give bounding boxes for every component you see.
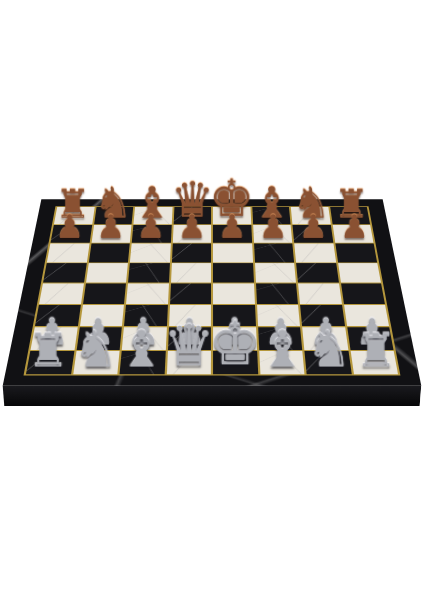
square-d4[interactable] [170,283,211,303]
piece-silver-rook[interactable]: ♜ [341,328,411,374]
square-f4[interactable] [256,283,298,303]
square-c5[interactable] [128,263,169,282]
square-h1[interactable]: ♜ [350,351,398,375]
square-e4[interactable] [213,283,254,303]
square-d5[interactable] [171,263,211,282]
square-g5[interactable] [296,263,338,282]
square-b6[interactable] [88,244,129,263]
square-a4[interactable] [39,283,83,303]
square-e6[interactable] [213,244,253,263]
board-grid: ♜♞♝♛♚♝♞♜♟♟♟♟♟♟♟♟♟♟♟♟♟♟♟♟♜♞♝♛♚♝♞♜ [24,206,401,375]
square-a5[interactable] [43,263,86,282]
square-g6[interactable] [294,244,335,263]
square-c4[interactable] [126,283,168,303]
square-b5[interactable] [86,263,128,282]
scene: ♜♞♝♛♚♝♞♜♟♟♟♟♟♟♟♟♟♟♟♟♟♟♟♟♜♞♝♛♚♝♞♜ [0,0,424,600]
piece-copper-pawn[interactable]: ♟ [324,210,385,242]
square-b4[interactable] [83,283,126,303]
chess-board: ♜♞♝♛♚♝♞♜♟♟♟♟♟♟♟♟♟♟♟♟♟♟♟♟♜♞♝♛♚♝♞♜ [3,199,422,385]
square-d6[interactable] [171,244,211,263]
board-border: ♜♞♝♛♚♝♞♜♟♟♟♟♟♟♟♟♟♟♟♟♟♟♟♟♜♞♝♛♚♝♞♜ [3,199,422,385]
square-g4[interactable] [298,283,341,303]
square-h6[interactable] [335,244,377,263]
square-h5[interactable] [338,263,381,282]
square-a6[interactable] [47,244,89,263]
board-edge [3,386,422,406]
square-c6[interactable] [130,244,170,263]
square-h4[interactable] [341,283,385,303]
square-e5[interactable] [213,263,253,282]
square-f6[interactable] [254,244,294,263]
square-f5[interactable] [255,263,296,282]
square-h7[interactable]: ♟ [332,225,373,243]
